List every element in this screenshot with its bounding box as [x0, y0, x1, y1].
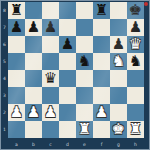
rank-labels: 87654321 [1, 2, 8, 138]
file-label-e: e [78, 140, 91, 148]
square-c7[interactable]: ♟ [42, 19, 59, 36]
square-e2[interactable] [76, 104, 93, 121]
chess-board: ♜♜♚♟♟♟♟♟♟♛♞♞♞♛♟♟♟♟♜♚♜ [8, 2, 144, 138]
square-d5[interactable] [59, 53, 76, 70]
file-label-c: c [44, 140, 57, 148]
rank-label-4: 4 [2, 72, 7, 85]
square-g8[interactable] [110, 2, 127, 19]
black-knight[interactable]: ♞ [127, 53, 144, 70]
square-c1[interactable] [42, 121, 59, 138]
square-b3[interactable] [25, 87, 42, 104]
square-g2[interactable] [110, 104, 127, 121]
rank-label-7: 7 [2, 21, 7, 34]
white-pawn[interactable]: ♟ [42, 104, 59, 121]
white-rook[interactable]: ♜ [127, 121, 144, 138]
rank-label-2: 2 [2, 106, 7, 119]
black-rook[interactable]: ♜ [93, 2, 110, 19]
square-h6[interactable]: ♛ [127, 36, 144, 53]
file-label-h: h [129, 140, 142, 148]
rank-label-3: 3 [2, 89, 7, 102]
white-queen[interactable]: ♛ [127, 36, 144, 53]
square-g1[interactable]: ♚ [110, 121, 127, 138]
square-c2[interactable]: ♟ [42, 104, 59, 121]
white-pawn[interactable]: ♟ [25, 104, 42, 121]
square-b8[interactable] [25, 2, 42, 19]
square-d3[interactable] [59, 87, 76, 104]
square-f8[interactable]: ♜ [93, 2, 110, 19]
square-d6[interactable]: ♟ [59, 36, 76, 53]
white-pawn[interactable]: ♟ [8, 104, 25, 121]
square-a1[interactable] [8, 121, 25, 138]
square-f5[interactable] [93, 53, 110, 70]
square-f4[interactable] [93, 70, 110, 87]
square-d8[interactable] [59, 2, 76, 19]
square-c8[interactable] [42, 2, 59, 19]
black-pawn[interactable]: ♟ [110, 36, 127, 53]
square-a6[interactable] [8, 36, 25, 53]
white-rook[interactable]: ♜ [76, 121, 93, 138]
square-e3[interactable] [76, 87, 93, 104]
rank-label-1: 1 [2, 123, 7, 136]
square-b1[interactable] [25, 121, 42, 138]
square-h7[interactable]: ♟ [127, 19, 144, 36]
square-g5[interactable]: ♞ [110, 53, 127, 70]
turn-indicator-dot [144, 2, 148, 6]
rank-label-8: 8 [2, 4, 7, 17]
square-f3[interactable] [93, 87, 110, 104]
square-b7[interactable]: ♟ [25, 19, 42, 36]
file-label-f: f [95, 140, 108, 148]
square-b2[interactable]: ♟ [25, 104, 42, 121]
square-h2[interactable] [127, 104, 144, 121]
square-c5[interactable] [42, 53, 59, 70]
white-pawn[interactable]: ♟ [93, 104, 110, 121]
square-h1[interactable]: ♜ [127, 121, 144, 138]
square-d2[interactable] [59, 104, 76, 121]
black-queen[interactable]: ♛ [42, 70, 59, 87]
rank-label-6: 6 [2, 38, 7, 51]
black-pawn[interactable]: ♟ [8, 19, 25, 36]
file-label-a: a [10, 140, 23, 148]
square-a3[interactable] [8, 87, 25, 104]
square-e1[interactable]: ♜ [76, 121, 93, 138]
square-b6[interactable] [25, 36, 42, 53]
square-a8[interactable]: ♜ [8, 2, 25, 19]
chessboard-frame: 87654321 ♜♜♚♟♟♟♟♟♟♛♞♞♞♛♟♟♟♟♜♚♜ abcdefgh [0, 0, 150, 150]
square-e5[interactable]: ♞ [76, 53, 93, 70]
white-knight[interactable]: ♞ [110, 53, 127, 70]
file-label-b: b [27, 140, 40, 148]
square-d1[interactable] [59, 121, 76, 138]
black-rook[interactable]: ♜ [8, 2, 25, 19]
file-label-g: g [112, 140, 125, 148]
square-f7[interactable] [93, 19, 110, 36]
square-c4[interactable]: ♛ [42, 70, 59, 87]
square-b4[interactable] [25, 70, 42, 87]
square-h3[interactable] [127, 87, 144, 104]
square-a5[interactable] [8, 53, 25, 70]
rank-label-5: 5 [2, 55, 7, 68]
square-e8[interactable] [76, 2, 93, 19]
white-king[interactable]: ♚ [110, 121, 127, 138]
square-f6[interactable] [93, 36, 110, 53]
square-d4[interactable] [59, 70, 76, 87]
square-h8[interactable]: ♚ [127, 2, 144, 19]
square-c3[interactable] [42, 87, 59, 104]
black-pawn[interactable]: ♟ [127, 19, 144, 36]
square-g3[interactable] [110, 87, 127, 104]
square-d7[interactable] [59, 19, 76, 36]
square-g6[interactable]: ♟ [110, 36, 127, 53]
square-e7[interactable] [76, 19, 93, 36]
square-g4[interactable] [110, 70, 127, 87]
square-g7[interactable] [110, 19, 127, 36]
square-c6[interactable] [42, 36, 59, 53]
black-pawn[interactable]: ♟ [42, 19, 59, 36]
square-a4[interactable] [8, 70, 25, 87]
square-e4[interactable] [76, 70, 93, 87]
file-label-d: d [61, 140, 74, 148]
square-e6[interactable] [76, 36, 93, 53]
square-f2[interactable]: ♟ [93, 104, 110, 121]
black-pawn[interactable]: ♟ [59, 36, 76, 53]
black-pawn[interactable]: ♟ [25, 19, 42, 36]
square-b5[interactable] [25, 53, 42, 70]
square-h5[interactable]: ♞ [127, 53, 144, 70]
square-a7[interactable]: ♟ [8, 19, 25, 36]
file-labels: abcdefgh [8, 139, 144, 149]
square-f1[interactable] [93, 121, 110, 138]
square-h4[interactable] [127, 70, 144, 87]
black-king[interactable]: ♚ [127, 2, 144, 19]
square-a2[interactable]: ♟ [8, 104, 25, 121]
black-knight[interactable]: ♞ [76, 53, 93, 70]
